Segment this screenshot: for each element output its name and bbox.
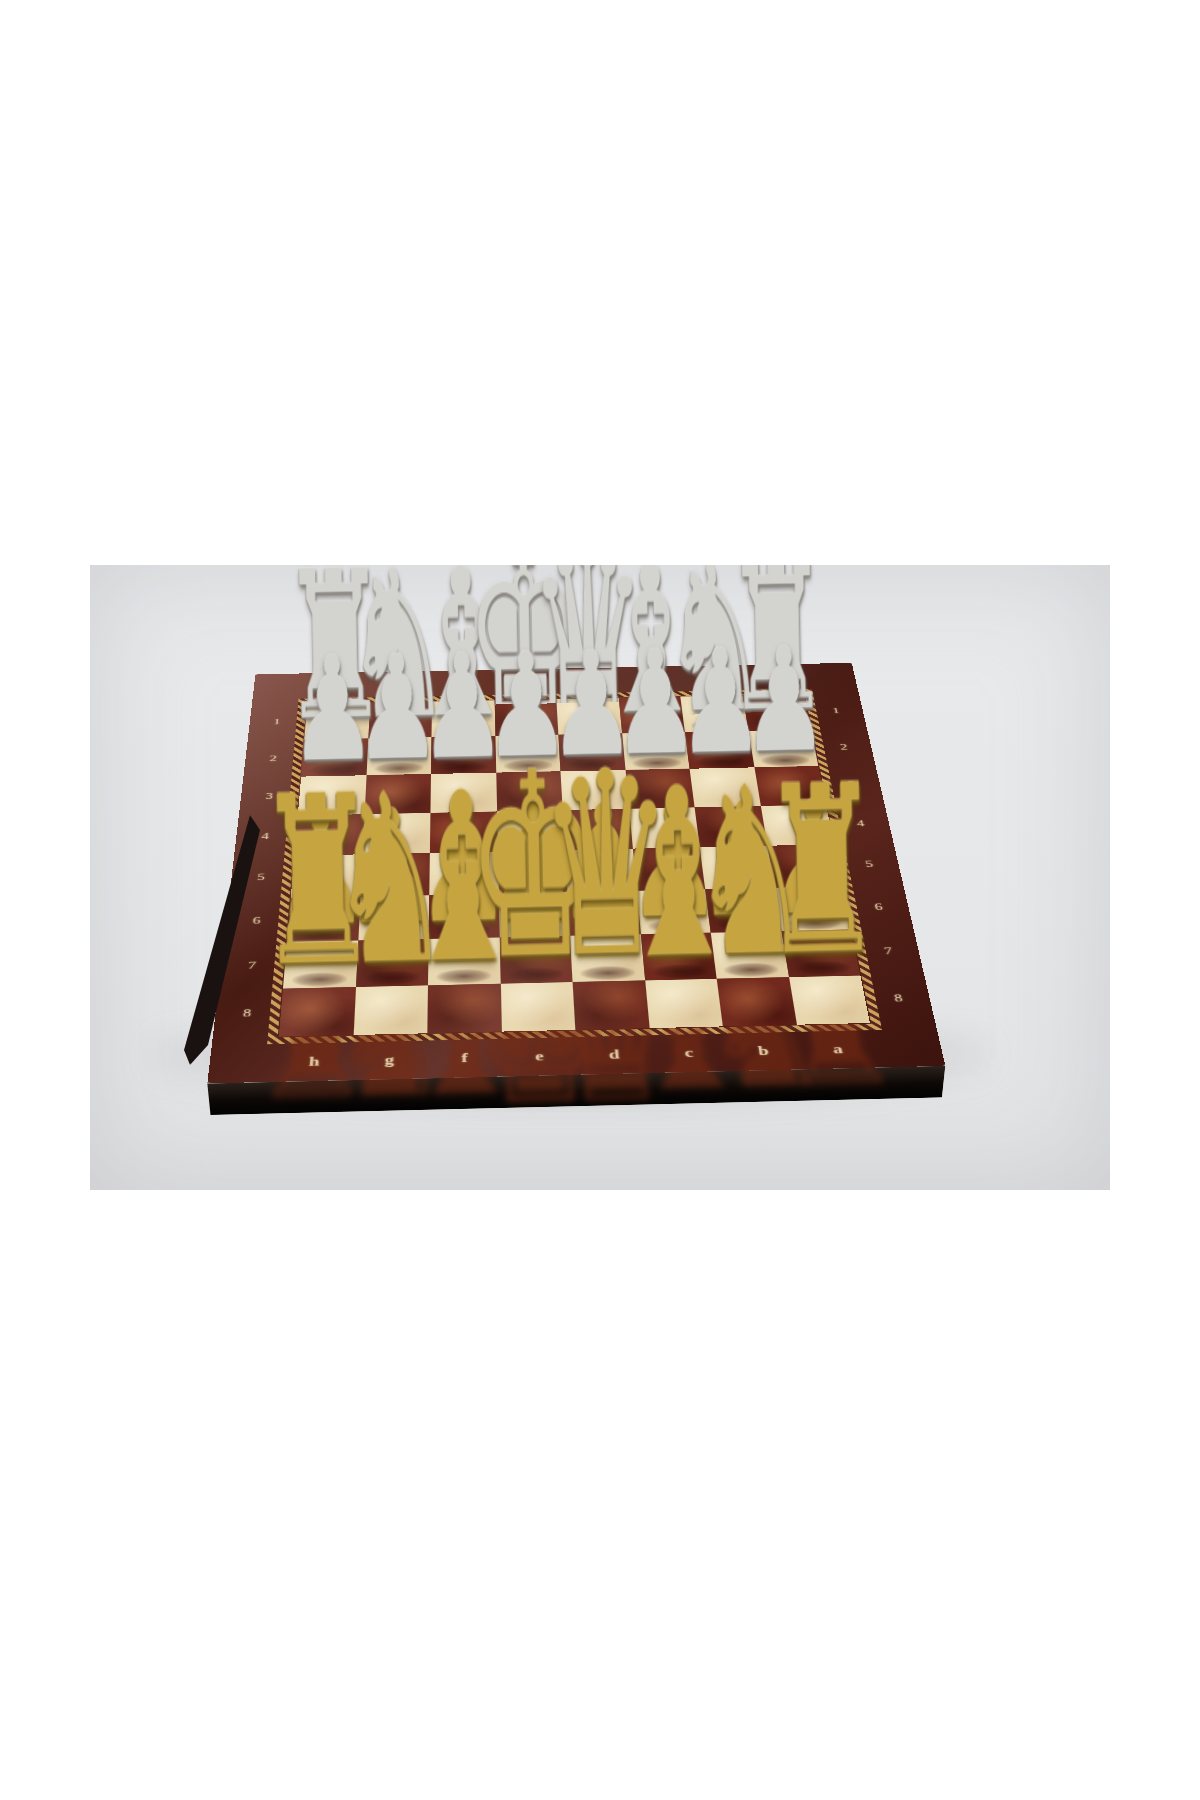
gold-queen-d7: ♛ <box>537 749 675 981</box>
file-label: f <box>427 1045 502 1072</box>
gold-rook-a7: ♜ <box>759 765 885 976</box>
board-grid: ♜♜♞♞♝♝♚♚♛♛♝♝♞♞♜♜♟♟♟♟♟♟♟♟♟♟♟♟♟♟♟♟♟♟♟♟♟♟♟♟… <box>279 694 870 1037</box>
file-label: c <box>650 1040 727 1067</box>
file-label: a <box>799 1036 878 1063</box>
file-label: e <box>502 1043 578 1070</box>
product-photo: ♜♜♞♞♝♝♚♚♛♛♝♝♞♞♜♜♟♟♟♟♟♟♟♟♟♟♟♟♟♟♟♟♟♟♟♟♟♟♟♟… <box>90 565 1110 1190</box>
board-scene: ♜♜♞♞♝♝♚♚♛♛♝♝♞♞♜♜♟♟♟♟♟♟♟♟♟♟♟♟♟♟♟♟♟♟♟♟♟♟♟♟… <box>235 565 895 1180</box>
square-c8 <box>645 978 723 1028</box>
square-d7: ♛♛ <box>570 934 645 981</box>
square-d8 <box>573 980 650 1030</box>
file-label: g <box>351 1047 427 1074</box>
file-label: b <box>725 1038 803 1065</box>
square-a7: ♜♜ <box>781 930 860 977</box>
file-label: h <box>275 1048 352 1075</box>
chess-board: ♜♜♞♞♝♝♚♚♛♛♝♝♞♞♜♜♟♟♟♟♟♟♟♟♟♟♟♟♟♟♟♟♟♟♟♟♟♟♟♟… <box>207 663 945 1083</box>
file-label: d <box>576 1041 653 1068</box>
